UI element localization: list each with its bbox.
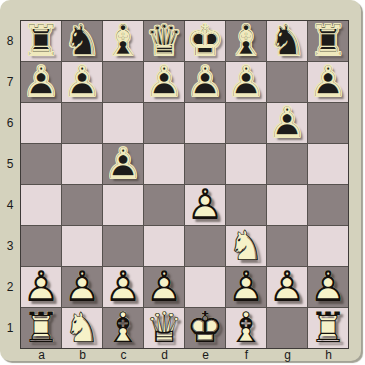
square-g7[interactable] xyxy=(267,62,307,102)
square-h6[interactable] xyxy=(308,103,348,143)
black-bishop-outline-icon: ♗ xyxy=(103,21,143,61)
black-knight-outline-icon: ♘ xyxy=(267,21,307,61)
white-pawn-silhouette: ♟ xyxy=(226,267,266,307)
square-e8[interactable]: ♚♔ xyxy=(185,21,225,61)
file-label-a: a xyxy=(38,348,45,362)
white-pawn-outline-icon: ♙ xyxy=(62,267,102,307)
rank-label-5: 5 xyxy=(7,157,14,171)
file-label-e: e xyxy=(202,348,209,362)
square-f8[interactable]: ♝♗ xyxy=(226,21,266,61)
square-d8[interactable]: ♛♕ xyxy=(144,21,184,61)
white-king-silhouette: ♚ xyxy=(185,308,225,348)
square-h2[interactable]: ♟♙ xyxy=(308,267,348,307)
square-c7[interactable] xyxy=(103,62,143,102)
black-knight-silhouette: ♞ xyxy=(62,21,102,61)
square-a3[interactable] xyxy=(21,226,61,266)
square-a8[interactable]: ♜♖ xyxy=(21,21,61,61)
piece-white-pawn[interactable]: ♟♙ xyxy=(308,267,348,307)
square-c5[interactable]: ♟♙ xyxy=(103,144,143,184)
white-pawn-outline-icon: ♙ xyxy=(144,267,184,307)
square-e6[interactable] xyxy=(185,103,225,143)
white-pawn-outline-icon: ♙ xyxy=(185,185,225,225)
white-pawn-silhouette: ♟ xyxy=(308,267,348,307)
square-g8[interactable]: ♞♘ xyxy=(267,21,307,61)
white-knight-outline-icon: ♘ xyxy=(62,308,102,348)
square-c8[interactable]: ♝♗ xyxy=(103,21,143,61)
square-d7[interactable]: ♟♙ xyxy=(144,62,184,102)
piece-black-queen[interactable]: ♛♕ xyxy=(144,21,184,61)
piece-black-rook[interactable]: ♜♖ xyxy=(308,21,348,61)
black-pawn-outline-icon: ♙ xyxy=(103,144,143,184)
square-c4[interactable] xyxy=(103,185,143,225)
piece-black-knight[interactable]: ♞♘ xyxy=(62,21,102,61)
square-g4[interactable] xyxy=(267,185,307,225)
piece-black-pawn[interactable]: ♟♙ xyxy=(185,62,225,102)
white-knight-silhouette: ♞ xyxy=(62,308,102,348)
square-g2[interactable]: ♟♙ xyxy=(267,267,307,307)
square-e5[interactable] xyxy=(185,144,225,184)
white-queen-outline-icon: ♕ xyxy=(144,308,184,348)
rank-label-3: 3 xyxy=(7,239,14,253)
square-d4[interactable] xyxy=(144,185,184,225)
chess-board: ♜♖♞♘♝♗♛♕♚♔♝♗♞♘♜♖♟♙♟♙♟♙♟♙♟♙♟♙♟♙♟♙♟♙♞♘♟♙♟♙… xyxy=(20,20,349,349)
piece-white-king[interactable]: ♚♔ xyxy=(185,308,225,348)
black-king-outline-icon: ♔ xyxy=(185,21,225,61)
square-h8[interactable]: ♜♖ xyxy=(308,21,348,61)
square-b5[interactable] xyxy=(62,144,102,184)
square-c1[interactable]: ♝♗ xyxy=(103,308,143,348)
black-rook-outline-icon: ♖ xyxy=(21,21,61,61)
black-bishop-silhouette: ♝ xyxy=(226,21,266,61)
file-label-g: g xyxy=(284,348,291,362)
square-g5[interactable] xyxy=(267,144,307,184)
square-e1[interactable]: ♚♔ xyxy=(185,308,225,348)
rank-label-4: 4 xyxy=(7,198,14,212)
white-knight-outline-icon: ♘ xyxy=(226,226,266,266)
white-rook-outline-icon: ♖ xyxy=(308,308,348,348)
white-bishop-silhouette: ♝ xyxy=(103,308,143,348)
white-rook-outline-icon: ♖ xyxy=(21,308,61,348)
piece-black-knight[interactable]: ♞♘ xyxy=(267,21,307,61)
square-a4[interactable] xyxy=(21,185,61,225)
square-d6[interactable] xyxy=(144,103,184,143)
square-b3[interactable] xyxy=(62,226,102,266)
piece-white-rook[interactable]: ♜♖ xyxy=(21,308,61,348)
black-king-silhouette: ♚ xyxy=(185,21,225,61)
chess-app-window: 87654321 ♜♖♞♘♝♗♛♕♚♔♝♗♞♘♜♖♟♙♟♙♟♙♟♙♟♙♟♙♟♙♟… xyxy=(0,0,365,365)
white-pawn-outline-icon: ♙ xyxy=(226,267,266,307)
square-b4[interactable] xyxy=(62,185,102,225)
square-h1[interactable]: ♜♖ xyxy=(308,308,348,348)
black-pawn-outline-icon: ♙ xyxy=(62,62,102,102)
square-g1[interactable] xyxy=(267,308,307,348)
piece-white-pawn[interactable]: ♟♙ xyxy=(185,185,225,225)
square-h4[interactable] xyxy=(308,185,348,225)
black-pawn-silhouette: ♟ xyxy=(267,103,307,143)
black-bishop-silhouette: ♝ xyxy=(103,21,143,61)
white-pawn-silhouette: ♟ xyxy=(62,267,102,307)
square-b2[interactable]: ♟♙ xyxy=(62,267,102,307)
black-rook-silhouette: ♜ xyxy=(21,21,61,61)
black-knight-silhouette: ♞ xyxy=(267,21,307,61)
black-rook-outline-icon: ♖ xyxy=(308,21,348,61)
white-rook-silhouette: ♜ xyxy=(21,308,61,348)
white-pawn-outline-icon: ♙ xyxy=(308,267,348,307)
square-e3[interactable] xyxy=(185,226,225,266)
white-bishop-outline-icon: ♗ xyxy=(103,308,143,348)
white-pawn-silhouette: ♟ xyxy=(267,267,307,307)
white-king-outline-icon: ♔ xyxy=(185,308,225,348)
rank-label-6: 6 xyxy=(7,116,14,130)
file-label-c: c xyxy=(121,348,127,362)
piece-white-pawn[interactable]: ♟♙ xyxy=(144,267,184,307)
white-pawn-silhouette: ♟ xyxy=(185,185,225,225)
white-pawn-silhouette: ♟ xyxy=(21,267,61,307)
square-a2[interactable]: ♟♙ xyxy=(21,267,61,307)
black-pawn-outline-icon: ♙ xyxy=(226,62,266,102)
square-b6[interactable] xyxy=(62,103,102,143)
black-pawn-outline-icon: ♙ xyxy=(21,62,61,102)
piece-black-pawn[interactable]: ♟♙ xyxy=(103,144,143,184)
file-label-b: b xyxy=(79,348,86,362)
file-label-f: f xyxy=(245,348,248,362)
piece-white-pawn[interactable]: ♟♙ xyxy=(267,267,307,307)
black-rook-silhouette: ♜ xyxy=(308,21,348,61)
rank-label-7: 7 xyxy=(7,75,14,89)
square-f2[interactable]: ♟♙ xyxy=(226,267,266,307)
square-f1[interactable]: ♝♗ xyxy=(226,308,266,348)
square-a6[interactable] xyxy=(21,103,61,143)
square-c2[interactable]: ♟♙ xyxy=(103,267,143,307)
piece-black-bishop[interactable]: ♝♗ xyxy=(226,21,266,61)
piece-white-queen[interactable]: ♛♕ xyxy=(144,308,184,348)
square-h3[interactable] xyxy=(308,226,348,266)
white-bishop-silhouette: ♝ xyxy=(226,308,266,348)
black-knight-outline-icon: ♘ xyxy=(62,21,102,61)
black-bishop-outline-icon: ♗ xyxy=(226,21,266,61)
square-e7[interactable]: ♟♙ xyxy=(185,62,225,102)
file-label-d: d xyxy=(161,348,168,362)
square-f4[interactable] xyxy=(226,185,266,225)
piece-white-bishop[interactable]: ♝♗ xyxy=(103,308,143,348)
piece-white-rook[interactable]: ♜♖ xyxy=(308,308,348,348)
white-pawn-outline-icon: ♙ xyxy=(21,267,61,307)
square-b7[interactable]: ♟♙ xyxy=(62,62,102,102)
square-g3[interactable] xyxy=(267,226,307,266)
piece-white-pawn[interactable]: ♟♙ xyxy=(21,267,61,307)
white-bishop-outline-icon: ♗ xyxy=(226,308,266,348)
square-a7[interactable]: ♟♙ xyxy=(21,62,61,102)
square-a5[interactable] xyxy=(21,144,61,184)
rank-labels: 87654321 xyxy=(0,20,20,348)
white-queen-silhouette: ♛ xyxy=(144,308,184,348)
white-pawn-silhouette: ♟ xyxy=(144,267,184,307)
black-pawn-silhouette: ♟ xyxy=(185,62,225,102)
piece-black-bishop[interactable]: ♝♗ xyxy=(103,21,143,61)
square-d2[interactable]: ♟♙ xyxy=(144,267,184,307)
white-pawn-outline-icon: ♙ xyxy=(103,267,143,307)
piece-white-pawn[interactable]: ♟♙ xyxy=(103,267,143,307)
piece-white-pawn[interactable]: ♟♙ xyxy=(226,267,266,307)
white-pawn-outline-icon: ♙ xyxy=(267,267,307,307)
file-label-h: h xyxy=(325,348,332,362)
black-pawn-outline-icon: ♙ xyxy=(185,62,225,102)
piece-black-pawn[interactable]: ♟♙ xyxy=(267,103,307,143)
square-d3[interactable] xyxy=(144,226,184,266)
piece-black-pawn[interactable]: ♟♙ xyxy=(144,62,184,102)
square-h7[interactable]: ♟♙ xyxy=(308,62,348,102)
black-pawn-outline-icon: ♙ xyxy=(267,103,307,143)
square-c6[interactable] xyxy=(103,103,143,143)
piece-black-pawn[interactable]: ♟♙ xyxy=(308,62,348,102)
square-b1[interactable]: ♞♘ xyxy=(62,308,102,348)
black-pawn-outline-icon: ♙ xyxy=(144,62,184,102)
square-f5[interactable] xyxy=(226,144,266,184)
white-pawn-silhouette: ♟ xyxy=(103,267,143,307)
rank-label-2: 2 xyxy=(7,280,14,294)
piece-black-king[interactable]: ♚♔ xyxy=(185,21,225,61)
square-h5[interactable] xyxy=(308,144,348,184)
square-c3[interactable] xyxy=(103,226,143,266)
white-rook-silhouette: ♜ xyxy=(308,308,348,348)
piece-black-pawn[interactable]: ♟♙ xyxy=(62,62,102,102)
square-f7[interactable]: ♟♙ xyxy=(226,62,266,102)
square-e2[interactable] xyxy=(185,267,225,307)
black-pawn-silhouette: ♟ xyxy=(21,62,61,102)
black-pawn-silhouette: ♟ xyxy=(103,144,143,184)
square-f3[interactable]: ♞♘ xyxy=(226,226,266,266)
black-queen-silhouette: ♛ xyxy=(144,21,184,61)
square-e4[interactable]: ♟♙ xyxy=(185,185,225,225)
black-pawn-silhouette: ♟ xyxy=(144,62,184,102)
square-b8[interactable]: ♞♘ xyxy=(62,21,102,61)
piece-black-pawn[interactable]: ♟♙ xyxy=(21,62,61,102)
black-pawn-silhouette: ♟ xyxy=(308,62,348,102)
square-g6[interactable]: ♟♙ xyxy=(267,103,307,143)
black-pawn-silhouette: ♟ xyxy=(62,62,102,102)
file-labels: abcdefgh xyxy=(21,347,349,363)
piece-black-pawn[interactable]: ♟♙ xyxy=(226,62,266,102)
square-f6[interactable] xyxy=(226,103,266,143)
white-knight-silhouette: ♞ xyxy=(226,226,266,266)
piece-white-bishop[interactable]: ♝♗ xyxy=(226,308,266,348)
square-d5[interactable] xyxy=(144,144,184,184)
piece-white-knight[interactable]: ♞♘ xyxy=(226,226,266,266)
rank-label-8: 8 xyxy=(7,34,14,48)
rank-label-1: 1 xyxy=(7,321,14,335)
black-pawn-outline-icon: ♙ xyxy=(308,62,348,102)
black-queen-outline-icon: ♕ xyxy=(144,21,184,61)
piece-white-pawn[interactable]: ♟♙ xyxy=(62,267,102,307)
square-a1[interactable]: ♜♖ xyxy=(21,308,61,348)
piece-white-knight[interactable]: ♞♘ xyxy=(62,308,102,348)
black-pawn-silhouette: ♟ xyxy=(226,62,266,102)
square-d1[interactable]: ♛♕ xyxy=(144,308,184,348)
piece-black-rook[interactable]: ♜♖ xyxy=(21,21,61,61)
